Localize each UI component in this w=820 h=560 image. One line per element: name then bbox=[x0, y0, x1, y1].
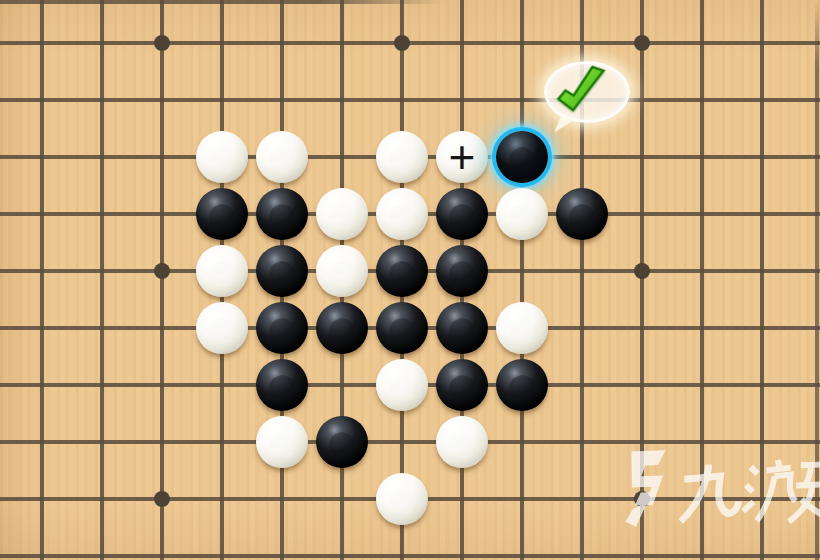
stone-glyph: ● bbox=[204, 302, 240, 354]
stone-glyph: ● bbox=[384, 302, 420, 354]
stone-black-last-move-highlighted[interactable]: ● bbox=[496, 131, 548, 183]
star-point bbox=[154, 263, 170, 279]
board-edge-line-right bbox=[815, 0, 819, 560]
stone-black[interactable]: ● bbox=[436, 245, 488, 297]
stone-white[interactable]: ● bbox=[376, 188, 428, 240]
stone-glyph: ● bbox=[504, 131, 540, 183]
stone-glyph: ● bbox=[444, 245, 480, 297]
stone-glyph: ● bbox=[204, 188, 240, 240]
stone-glyph: ● bbox=[444, 302, 480, 354]
star-point bbox=[634, 35, 650, 51]
stone-black[interactable]: ● bbox=[256, 245, 308, 297]
grid-line-horizontal bbox=[0, 554, 820, 558]
stone-glyph: ● bbox=[324, 188, 360, 240]
grid-line-horizontal bbox=[0, 440, 820, 444]
grid-line-vertical bbox=[520, 0, 524, 560]
stone-glyph: ● bbox=[444, 359, 480, 411]
stone-glyph: ● bbox=[384, 473, 420, 525]
star-point bbox=[154, 35, 170, 51]
grid-line-vertical bbox=[40, 0, 44, 560]
stone-black[interactable]: ● bbox=[496, 359, 548, 411]
stone-black[interactable]: ● bbox=[436, 188, 488, 240]
stone-glyph: ● bbox=[564, 188, 600, 240]
grid-line-vertical bbox=[700, 0, 704, 560]
stone-white[interactable]: ● bbox=[316, 188, 368, 240]
stone-glyph: ● bbox=[324, 302, 360, 354]
stone-white[interactable]: ● bbox=[376, 473, 428, 525]
stone-black[interactable]: ● bbox=[436, 359, 488, 411]
stone-glyph: ● bbox=[444, 188, 480, 240]
jiuyou-logo-text bbox=[676, 456, 820, 531]
stone-black[interactable]: ● bbox=[196, 188, 248, 240]
stone-glyph: ● bbox=[264, 302, 300, 354]
stone-white[interactable]: ● bbox=[496, 302, 548, 354]
stone-black[interactable]: ● bbox=[376, 302, 428, 354]
stone-white[interactable]: ● bbox=[196, 245, 248, 297]
star-point bbox=[154, 491, 170, 507]
stone-white[interactable]: ●+ bbox=[436, 131, 488, 183]
stone-glyph: ● bbox=[264, 416, 300, 468]
star-point bbox=[634, 491, 650, 507]
stone-white[interactable]: ● bbox=[256, 131, 308, 183]
grid-line-horizontal bbox=[0, 41, 820, 45]
stone-white[interactable]: ● bbox=[256, 416, 308, 468]
stone-glyph: ● bbox=[444, 416, 480, 468]
stone-glyph: ● bbox=[504, 302, 540, 354]
stone-black[interactable]: ● bbox=[316, 302, 368, 354]
stone-black[interactable]: ● bbox=[256, 302, 308, 354]
stone-glyph: ● bbox=[324, 416, 360, 468]
stone-white[interactable]: ● bbox=[316, 245, 368, 297]
grid-line-vertical bbox=[640, 0, 644, 560]
stone-black[interactable]: ● bbox=[556, 188, 608, 240]
board-edge-line-top bbox=[0, 0, 442, 4]
stone-white[interactable]: ● bbox=[496, 188, 548, 240]
stone-white[interactable]: ● bbox=[196, 302, 248, 354]
stone-glyph: ● bbox=[504, 359, 540, 411]
stone-white[interactable]: ● bbox=[376, 131, 428, 183]
stone-glyph: ● bbox=[264, 131, 300, 183]
stone-black[interactable]: ● bbox=[256, 359, 308, 411]
star-point bbox=[394, 35, 410, 51]
plus-marker: + bbox=[436, 131, 488, 183]
correct-move-bubble bbox=[544, 61, 630, 123]
stone-glyph: ● bbox=[384, 245, 420, 297]
checkmark-icon bbox=[551, 63, 613, 120]
grid-line-horizontal bbox=[0, 98, 820, 102]
stone-glyph: ● bbox=[204, 245, 240, 297]
stone-glyph: ● bbox=[384, 131, 420, 183]
stone-glyph: ● bbox=[384, 359, 420, 411]
stone-glyph: ● bbox=[264, 359, 300, 411]
stone-black[interactable]: ● bbox=[436, 302, 488, 354]
stone-glyph: ● bbox=[324, 245, 360, 297]
stone-black[interactable]: ● bbox=[376, 245, 428, 297]
stone-white[interactable]: ● bbox=[376, 359, 428, 411]
star-point bbox=[634, 263, 650, 279]
stone-white[interactable]: ● bbox=[196, 131, 248, 183]
go-board[interactable]: ●●●●+●●●●●●●●●●●●●●●●●●●●●●●●●●● bbox=[0, 0, 820, 560]
stone-glyph: ● bbox=[264, 188, 300, 240]
grid-line-vertical bbox=[760, 0, 764, 560]
stone-glyph: ● bbox=[384, 188, 420, 240]
stone-black[interactable]: ● bbox=[256, 188, 308, 240]
stone-glyph: ● bbox=[204, 131, 240, 183]
stone-white[interactable]: ● bbox=[436, 416, 488, 468]
stone-black[interactable]: ● bbox=[316, 416, 368, 468]
stone-glyph: ● bbox=[504, 188, 540, 240]
stone-glyph: ● bbox=[264, 245, 300, 297]
grid-line-vertical bbox=[100, 0, 104, 560]
grid-line-vertical bbox=[160, 0, 164, 560]
